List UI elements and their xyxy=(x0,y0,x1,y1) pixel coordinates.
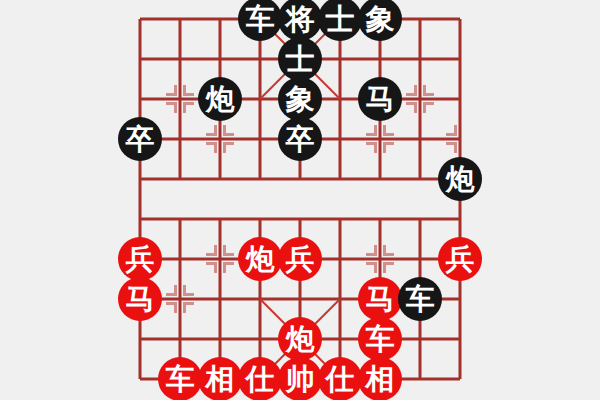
black-general[interactable]: 将 xyxy=(278,0,322,41)
red-horse[interactable]: 马 xyxy=(358,277,402,321)
black-horse[interactable]: 马 xyxy=(358,77,402,121)
black-cannon[interactable]: 炮 xyxy=(198,77,242,121)
red-advisor[interactable]: 仕 xyxy=(318,357,362,400)
black-chariot[interactable]: 车 xyxy=(398,277,442,321)
red-general[interactable]: 帅 xyxy=(278,357,322,400)
black-advisor[interactable]: 士 xyxy=(318,0,362,41)
black-chariot[interactable]: 车 xyxy=(238,0,282,41)
black-advisor[interactable]: 士 xyxy=(278,37,322,81)
black-elephant[interactable]: 象 xyxy=(278,77,322,121)
red-soldier[interactable]: 兵 xyxy=(438,237,482,281)
red-chariot[interactable]: 车 xyxy=(158,357,202,400)
black-elephant[interactable]: 象 xyxy=(358,0,402,41)
xiangqi-app-window: 车将士象士炮象马卒卒炮兵炮兵兵马马车炮车车相仕帅仕相 xyxy=(0,0,600,400)
black-soldier[interactable]: 卒 xyxy=(278,117,322,161)
red-elephant[interactable]: 相 xyxy=(358,357,402,400)
red-advisor[interactable]: 仕 xyxy=(238,357,282,400)
red-soldier[interactable]: 兵 xyxy=(278,237,322,281)
xiangqi-board[interactable]: 车将士象士炮象马卒卒炮兵炮兵兵马马车炮车车相仕帅仕相 xyxy=(120,0,480,399)
red-cannon[interactable]: 炮 xyxy=(238,237,282,281)
black-cannon[interactable]: 炮 xyxy=(438,157,482,201)
black-soldier[interactable]: 卒 xyxy=(118,117,162,161)
red-soldier[interactable]: 兵 xyxy=(118,237,162,281)
red-cannon[interactable]: 炮 xyxy=(278,317,322,361)
red-elephant[interactable]: 相 xyxy=(198,357,242,400)
red-horse[interactable]: 马 xyxy=(118,277,162,321)
red-chariot[interactable]: 车 xyxy=(358,317,402,361)
